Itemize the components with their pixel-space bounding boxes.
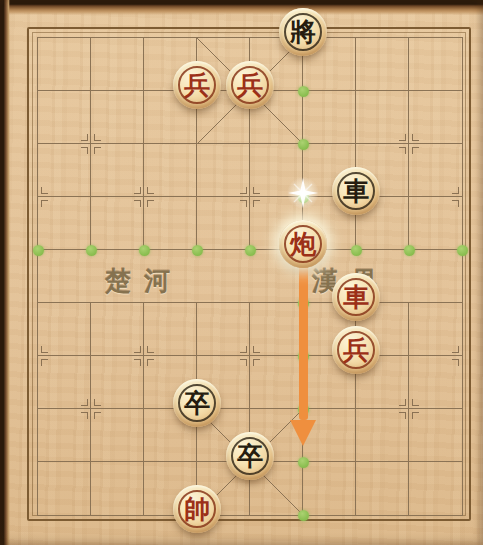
move-target-dot[interactable]: [139, 245, 150, 256]
move-target-dot[interactable]: [298, 86, 309, 97]
board-cell: [197, 250, 250, 303]
piece-character: 車: [343, 178, 369, 204]
piece-character: 炮: [290, 231, 316, 257]
move-target-dot[interactable]: [298, 139, 309, 150]
board-cell: [356, 462, 409, 515]
river-label-left: 楚河: [105, 264, 183, 299]
piece-black-soldier[interactable]: 卒: [173, 379, 221, 427]
piece-red-soldier[interactable]: 兵: [332, 326, 380, 374]
piece-character: 帥: [184, 496, 210, 522]
piece-black-chariot[interactable]: 車: [332, 167, 380, 215]
move-target-dot[interactable]: [298, 510, 309, 521]
board-cell: [409, 38, 462, 91]
board-cell: [91, 38, 144, 91]
piece-red-soldier[interactable]: 兵: [226, 61, 274, 109]
move-target-dot[interactable]: [33, 245, 44, 256]
board-cell: [303, 462, 356, 515]
hint-arrow-head: [290, 420, 316, 446]
piece-character: 兵: [184, 72, 210, 98]
xiangqi-board: 楚河 漢界 將兵兵車炮車兵卒卒帥: [0, 0, 483, 545]
board-cell: [409, 250, 462, 303]
piece-red-soldier[interactable]: 兵: [173, 61, 221, 109]
hint-arrow-shaft: [299, 244, 308, 420]
board-cell: [91, 462, 144, 515]
board-cell: [38, 462, 91, 515]
move-target-dot[interactable]: [298, 457, 309, 468]
piece-red-chariot[interactable]: 車: [332, 273, 380, 321]
piece-character: 卒: [237, 443, 263, 469]
board-left-edge: [0, 0, 10, 545]
piece-character: 兵: [343, 337, 369, 363]
piece-black-soldier[interactable]: 卒: [226, 432, 274, 480]
move-target-dot[interactable]: [457, 245, 468, 256]
piece-character: 兵: [237, 72, 263, 98]
move-target-dot[interactable]: [192, 245, 203, 256]
board-cell: [38, 38, 91, 91]
move-target-dot[interactable]: [404, 245, 415, 256]
move-target-dot[interactable]: [298, 192, 309, 203]
board-cell: [356, 38, 409, 91]
piece-character: 將: [290, 19, 316, 45]
piece-red-cannon[interactable]: 炮: [279, 220, 327, 268]
piece-red-general[interactable]: 帥: [173, 485, 221, 533]
board-cell: [38, 250, 91, 303]
piece-black-general[interactable]: 將: [279, 8, 327, 56]
move-target-dot[interactable]: [245, 245, 256, 256]
move-target-dot[interactable]: [86, 245, 97, 256]
piece-character: 卒: [184, 390, 210, 416]
board-cell: [303, 91, 356, 144]
piece-character: 車: [343, 284, 369, 310]
board-cell: [409, 462, 462, 515]
move-target-dot[interactable]: [351, 245, 362, 256]
board-top-edge: [0, 0, 483, 15]
